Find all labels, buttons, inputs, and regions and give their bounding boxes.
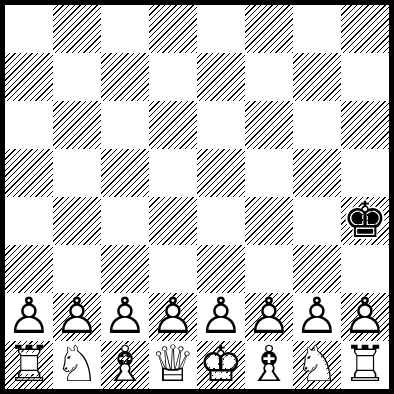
square-h4[interactable]: ♚♚	[341, 197, 389, 245]
square-c8[interactable]	[101, 5, 149, 53]
chess-board: ♚♚♟♙♟♙♟♙♟♙♟♙♟♙♟♙♟♙♜♖♞♘♝♗♛♕♚♔♝♗♞♘♜♖	[5, 5, 389, 389]
white-knight-glyph: ♘	[53, 341, 101, 389]
white-rook[interactable]: ♜♖	[341, 341, 389, 389]
white-bishop[interactable]: ♝♗	[245, 341, 293, 389]
square-d8[interactable]	[149, 5, 197, 53]
square-b4[interactable]	[53, 197, 101, 245]
white-pawn[interactable]: ♟♙	[245, 293, 293, 341]
square-f3[interactable]	[245, 245, 293, 293]
square-c4[interactable]	[101, 197, 149, 245]
square-g4[interactable]	[293, 197, 341, 245]
square-d6[interactable]	[149, 101, 197, 149]
square-c7[interactable]	[101, 53, 149, 101]
square-d1[interactable]: ♛♕	[149, 341, 197, 389]
white-pawn-glyph: ♙	[293, 293, 341, 341]
white-pawn[interactable]: ♟♙	[5, 293, 53, 341]
square-c2[interactable]: ♟♙	[101, 293, 149, 341]
square-e1[interactable]: ♚♔	[197, 341, 245, 389]
square-b8[interactable]	[53, 5, 101, 53]
square-g7[interactable]	[293, 53, 341, 101]
square-f6[interactable]	[245, 101, 293, 149]
white-king-glyph: ♔	[197, 341, 245, 389]
white-knight[interactable]: ♞♘	[293, 341, 341, 389]
white-king[interactable]: ♚♔	[197, 341, 245, 389]
square-f4[interactable]	[245, 197, 293, 245]
square-a2[interactable]: ♟♙	[5, 293, 53, 341]
square-h3[interactable]	[341, 245, 389, 293]
square-b5[interactable]	[53, 149, 101, 197]
black-king[interactable]: ♚♚	[341, 197, 389, 245]
square-e6[interactable]	[197, 101, 245, 149]
square-f5[interactable]	[245, 149, 293, 197]
white-pawn-glyph: ♙	[5, 293, 53, 341]
square-a5[interactable]	[5, 149, 53, 197]
white-rook-glyph: ♖	[5, 341, 53, 389]
white-queen-glyph: ♕	[149, 341, 197, 389]
white-pawn-glyph: ♙	[341, 293, 389, 341]
white-knight[interactable]: ♞♘	[53, 341, 101, 389]
square-e5[interactable]	[197, 149, 245, 197]
square-f1[interactable]: ♝♗	[245, 341, 293, 389]
square-d2[interactable]: ♟♙	[149, 293, 197, 341]
square-g5[interactable]	[293, 149, 341, 197]
square-b3[interactable]	[53, 245, 101, 293]
square-c3[interactable]	[101, 245, 149, 293]
black-king-glyph: ♚	[341, 197, 389, 245]
square-b7[interactable]	[53, 53, 101, 101]
white-bishop-glyph: ♗	[245, 341, 293, 389]
square-b6[interactable]	[53, 101, 101, 149]
square-b2[interactable]: ♟♙	[53, 293, 101, 341]
square-a8[interactable]	[5, 5, 53, 53]
square-c6[interactable]	[101, 101, 149, 149]
white-pawn[interactable]: ♟♙	[149, 293, 197, 341]
square-a6[interactable]	[5, 101, 53, 149]
white-bishop-glyph: ♗	[101, 341, 149, 389]
square-g6[interactable]	[293, 101, 341, 149]
white-pawn-glyph: ♙	[149, 293, 197, 341]
white-pawn-glyph: ♙	[53, 293, 101, 341]
white-pawn[interactable]: ♟♙	[341, 293, 389, 341]
white-pawn-glyph: ♙	[101, 293, 149, 341]
white-pawn[interactable]: ♟♙	[293, 293, 341, 341]
white-pawn[interactable]: ♟♙	[197, 293, 245, 341]
square-b1[interactable]: ♞♘	[53, 341, 101, 389]
square-d3[interactable]	[149, 245, 197, 293]
square-h1[interactable]: ♜♖	[341, 341, 389, 389]
white-bishop[interactable]: ♝♗	[101, 341, 149, 389]
square-f2[interactable]: ♟♙	[245, 293, 293, 341]
square-c5[interactable]	[101, 149, 149, 197]
square-g3[interactable]	[293, 245, 341, 293]
board-frame: ♚♚♟♙♟♙♟♙♟♙♟♙♟♙♟♙♟♙♜♖♞♘♝♗♛♕♚♔♝♗♞♘♜♖	[0, 0, 394, 394]
square-a3[interactable]	[5, 245, 53, 293]
square-g1[interactable]: ♞♘	[293, 341, 341, 389]
white-queen[interactable]: ♛♕	[149, 341, 197, 389]
white-pawn[interactable]: ♟♙	[53, 293, 101, 341]
square-c1[interactable]: ♝♗	[101, 341, 149, 389]
square-h7[interactable]	[341, 53, 389, 101]
square-f7[interactable]	[245, 53, 293, 101]
white-knight-glyph: ♘	[293, 341, 341, 389]
white-rook[interactable]: ♜♖	[5, 341, 53, 389]
square-a4[interactable]	[5, 197, 53, 245]
square-d5[interactable]	[149, 149, 197, 197]
square-e2[interactable]: ♟♙	[197, 293, 245, 341]
square-f8[interactable]	[245, 5, 293, 53]
square-e4[interactable]	[197, 197, 245, 245]
white-pawn-glyph: ♙	[245, 293, 293, 341]
square-a1[interactable]: ♜♖	[5, 341, 53, 389]
square-h2[interactable]: ♟♙	[341, 293, 389, 341]
square-e7[interactable]	[197, 53, 245, 101]
square-d4[interactable]	[149, 197, 197, 245]
square-g2[interactable]: ♟♙	[293, 293, 341, 341]
square-e3[interactable]	[197, 245, 245, 293]
square-g8[interactable]	[293, 5, 341, 53]
square-d7[interactable]	[149, 53, 197, 101]
square-e8[interactable]	[197, 5, 245, 53]
square-h8[interactable]	[341, 5, 389, 53]
white-rook-glyph: ♖	[341, 341, 389, 389]
square-h6[interactable]	[341, 101, 389, 149]
white-pawn[interactable]: ♟♙	[101, 293, 149, 341]
white-pawn-glyph: ♙	[197, 293, 245, 341]
square-a7[interactable]	[5, 53, 53, 101]
